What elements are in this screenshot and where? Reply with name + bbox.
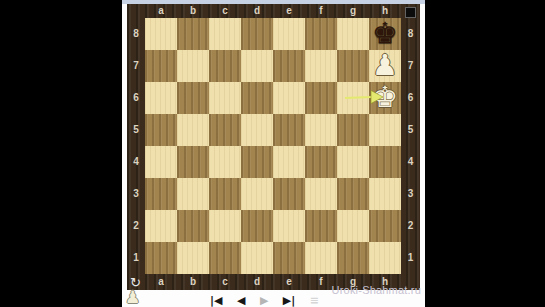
first-move-button[interactable]: |◀ [210, 293, 222, 307]
board-menu-icon[interactable] [405, 7, 416, 18]
square-d7 [241, 50, 273, 82]
rank-label-2: 2 [127, 210, 145, 242]
autoplay-button[interactable]: ≡ [310, 293, 319, 307]
file-label-a: a [145, 4, 177, 18]
file-label-h: h [369, 4, 401, 18]
square-g7 [337, 50, 369, 82]
square-e7 [273, 50, 305, 82]
square-g5 [337, 114, 369, 146]
square-d6 [241, 82, 273, 114]
rank-label-8: 8 [401, 18, 420, 50]
square-e4 [273, 146, 305, 178]
square-b7 [177, 50, 209, 82]
rank-label-1: 1 [127, 242, 145, 274]
rank-labels-right: 87654321 [401, 18, 420, 274]
file-label-c: c [209, 4, 241, 18]
square-d8 [241, 18, 273, 50]
square-h2 [369, 210, 401, 242]
square-e5 [273, 114, 305, 146]
square-h8: ♚ [369, 18, 401, 50]
file-label-d: d [241, 4, 273, 18]
rank-label-7: 7 [127, 50, 145, 82]
square-e6 [273, 82, 305, 114]
file-label-d: d [241, 274, 273, 290]
file-label-b: b [177, 4, 209, 18]
square-f2 [305, 210, 337, 242]
square-f3 [305, 178, 337, 210]
rank-label-1: 1 [401, 242, 420, 274]
square-b6 [177, 82, 209, 114]
square-c8 [209, 18, 241, 50]
square-a7 [145, 50, 177, 82]
rank-label-2: 2 [401, 210, 420, 242]
square-d2 [241, 210, 273, 242]
square-c1 [209, 242, 241, 274]
square-e8 [273, 18, 305, 50]
square-a3 [145, 178, 177, 210]
file-label-a: a [145, 274, 177, 290]
file-label-f: f [305, 4, 337, 18]
file-label-e: e [273, 4, 305, 18]
square-c5 [209, 114, 241, 146]
square-f8 [305, 18, 337, 50]
square-e3 [273, 178, 305, 210]
square-a6 [145, 82, 177, 114]
square-f5 [305, 114, 337, 146]
square-a2 [145, 210, 177, 242]
watermark: Uroki-Shahmat.ru [332, 284, 421, 296]
square-b5 [177, 114, 209, 146]
square-d5 [241, 114, 273, 146]
square-c2 [209, 210, 241, 242]
square-a4 [145, 146, 177, 178]
square-h4 [369, 146, 401, 178]
square-b1 [177, 242, 209, 274]
square-f1 [305, 242, 337, 274]
rank-label-6: 6 [401, 82, 420, 114]
rank-label-5: 5 [127, 114, 145, 146]
square-d3 [241, 178, 273, 210]
white-king-h6: ♚ [369, 80, 401, 114]
chess-viewer-panel: abcdefgh abcdefgh 87654321 87654321 ♚♟♚ … [122, 0, 425, 307]
square-g4 [337, 146, 369, 178]
rank-label-7: 7 [401, 50, 420, 82]
previous-move-button[interactable]: ◀ [237, 293, 245, 307]
viewer-footer: ♟ |◀ ◀ ▶ ▶| ≡ Uroki-Shahmat.ru [122, 290, 425, 307]
square-f6 [305, 82, 337, 114]
file-label-b: b [177, 274, 209, 290]
square-h6: ♚ [369, 82, 401, 114]
file-label-c: c [209, 274, 241, 290]
white-pawn-h7: ♟ [369, 48, 401, 82]
next-move-button[interactable]: ▶ [260, 293, 268, 307]
square-g8 [337, 18, 369, 50]
square-c4 [209, 146, 241, 178]
square-d4 [241, 146, 273, 178]
square-b8 [177, 18, 209, 50]
square-h7: ♟ [369, 50, 401, 82]
square-e1 [273, 242, 305, 274]
board-squares: ♚♟♚ [145, 18, 401, 274]
square-c7 [209, 50, 241, 82]
square-g6 [337, 82, 369, 114]
square-h5 [369, 114, 401, 146]
square-g2 [337, 210, 369, 242]
file-label-g: g [337, 4, 369, 18]
rank-label-3: 3 [127, 178, 145, 210]
square-c6 [209, 82, 241, 114]
square-a8 [145, 18, 177, 50]
video-frame: abcdefgh abcdefgh 87654321 87654321 ♚♟♚ … [0, 0, 545, 307]
chess-board: abcdefgh abcdefgh 87654321 87654321 ♚♟♚ … [127, 4, 420, 290]
rank-label-8: 8 [127, 18, 145, 50]
file-label-e: e [273, 274, 305, 290]
rank-label-5: 5 [401, 114, 420, 146]
black-king-h8: ♚ [369, 16, 401, 50]
square-b2 [177, 210, 209, 242]
square-a1 [145, 242, 177, 274]
square-d1 [241, 242, 273, 274]
flip-board-icon[interactable]: ↻ [130, 275, 141, 290]
square-c3 [209, 178, 241, 210]
rank-label-6: 6 [127, 82, 145, 114]
square-f7 [305, 50, 337, 82]
file-labels-top: abcdefgh [145, 4, 401, 18]
rank-labels-left: 87654321 [127, 18, 145, 274]
square-g3 [337, 178, 369, 210]
square-h3 [369, 178, 401, 210]
square-f4 [305, 146, 337, 178]
square-e2 [273, 210, 305, 242]
square-b4 [177, 146, 209, 178]
last-move-button[interactable]: ▶| [283, 293, 295, 307]
square-g1 [337, 242, 369, 274]
rank-label-4: 4 [401, 146, 420, 178]
rank-label-4: 4 [127, 146, 145, 178]
rank-label-3: 3 [401, 178, 420, 210]
square-b3 [177, 178, 209, 210]
square-h1 [369, 242, 401, 274]
square-a5 [145, 114, 177, 146]
